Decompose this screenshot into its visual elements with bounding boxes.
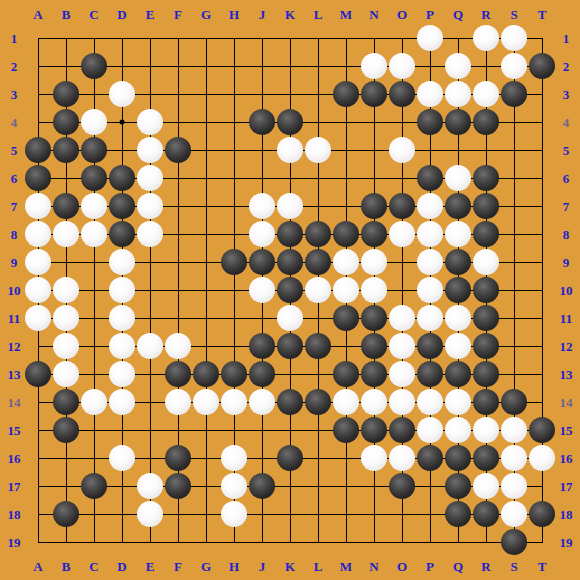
stone-O11-white[interactable] [389, 305, 415, 331]
stone-O12-white[interactable] [389, 333, 415, 359]
row-label-right-10: 10 [560, 284, 573, 297]
col-label-bottom-K: K [285, 560, 295, 573]
stone-Q7-black[interactable] [445, 193, 471, 219]
stone-E4-white[interactable] [137, 109, 163, 135]
stone-O15-black[interactable] [389, 417, 415, 443]
stone-O3-black[interactable] [389, 81, 415, 107]
row-label-left-3: 3 [11, 88, 18, 101]
col-label-top-D: D [117, 8, 126, 21]
stone-K16-black[interactable] [277, 445, 303, 471]
stone-B11-white[interactable] [53, 305, 79, 331]
stone-R15-white[interactable] [473, 417, 499, 443]
row-label-right-11: 11 [560, 312, 572, 325]
row-label-left-2: 2 [11, 60, 18, 73]
stone-R8-black[interactable] [473, 221, 499, 247]
row-label-left-18: 18 [8, 508, 21, 521]
stone-K4-black[interactable] [277, 109, 303, 135]
stone-H17-white[interactable] [221, 473, 247, 499]
row-label-right-1: 1 [563, 32, 570, 45]
stone-R10-black[interactable] [473, 277, 499, 303]
col-label-bottom-M: M [340, 560, 352, 573]
stone-P11-white[interactable] [417, 305, 443, 331]
col-label-top-P: P [426, 8, 434, 21]
stone-F14-white[interactable] [165, 389, 191, 415]
stone-P3-white[interactable] [417, 81, 443, 107]
row-label-left-4: 4 [11, 116, 18, 129]
row-label-right-8: 8 [563, 228, 570, 241]
row-label-left-10: 10 [8, 284, 21, 297]
stone-B18-black[interactable] [53, 501, 79, 527]
stone-E5-white[interactable] [137, 137, 163, 163]
stone-T2-black[interactable] [529, 53, 555, 79]
col-label-top-S: S [510, 8, 517, 21]
stone-L10-white[interactable] [305, 277, 331, 303]
stone-Q18-black[interactable] [445, 501, 471, 527]
stone-P8-white[interactable] [417, 221, 443, 247]
stone-O14-white[interactable] [389, 389, 415, 415]
stone-N16-white[interactable] [361, 445, 387, 471]
stone-D11-white[interactable] [109, 305, 135, 331]
row-label-right-15: 15 [560, 424, 573, 437]
stone-N10-white[interactable] [361, 277, 387, 303]
col-label-bottom-G: G [201, 560, 211, 573]
row-label-left-5: 5 [11, 144, 18, 157]
stone-N3-black[interactable] [361, 81, 387, 107]
stone-Q10-black[interactable] [445, 277, 471, 303]
stone-N14-white[interactable] [361, 389, 387, 415]
col-label-top-Q: Q [453, 8, 463, 21]
stone-M13-black[interactable] [333, 361, 359, 387]
stone-J7-white[interactable] [249, 193, 275, 219]
row-label-right-3: 3 [563, 88, 570, 101]
row-label-right-14: 14 [560, 396, 573, 409]
stone-N2-white[interactable] [361, 53, 387, 79]
stone-H18-white[interactable] [221, 501, 247, 527]
stone-N13-black[interactable] [361, 361, 387, 387]
stone-M3-black[interactable] [333, 81, 359, 107]
col-label-top-F: F [174, 8, 182, 21]
stone-O13-white[interactable] [389, 361, 415, 387]
stone-S18-white[interactable] [501, 501, 527, 527]
stone-M14-white[interactable] [333, 389, 359, 415]
col-label-top-C: C [89, 8, 98, 21]
stone-Q17-black[interactable] [445, 473, 471, 499]
stone-N7-black[interactable] [361, 193, 387, 219]
stone-E18-white[interactable] [137, 501, 163, 527]
row-label-left-11: 11 [8, 312, 20, 325]
stone-R18-black[interactable] [473, 501, 499, 527]
stone-E6-white[interactable] [137, 165, 163, 191]
col-label-bottom-B: B [62, 560, 71, 573]
stone-G14-white[interactable] [193, 389, 219, 415]
row-label-left-6: 6 [11, 172, 18, 185]
stone-J4-black[interactable] [249, 109, 275, 135]
stone-L8-black[interactable] [305, 221, 331, 247]
stone-S17-white[interactable] [501, 473, 527, 499]
stone-J17-black[interactable] [249, 473, 275, 499]
col-label-bottom-T: T [538, 560, 547, 573]
col-label-bottom-E: E [146, 560, 155, 573]
row-label-right-6: 6 [563, 172, 570, 185]
stone-Q9-black[interactable] [445, 249, 471, 275]
stone-D10-white[interactable] [109, 277, 135, 303]
stone-P14-white[interactable] [417, 389, 443, 415]
stone-D12-white[interactable] [109, 333, 135, 359]
row-label-right-4: 4 [563, 116, 570, 129]
stone-D14-white[interactable] [109, 389, 135, 415]
row-label-left-1: 1 [11, 32, 18, 45]
stone-Q13-black[interactable] [445, 361, 471, 387]
stone-M15-black[interactable] [333, 417, 359, 443]
stone-P16-black[interactable] [417, 445, 443, 471]
stone-K7-white[interactable] [277, 193, 303, 219]
col-label-top-O: O [397, 8, 407, 21]
col-label-bottom-N: N [369, 560, 378, 573]
stone-C14-white[interactable] [81, 389, 107, 415]
stone-D8-black[interactable] [109, 221, 135, 247]
stone-N8-black[interactable] [361, 221, 387, 247]
stone-C4-white[interactable] [81, 109, 107, 135]
stone-C2-black[interactable] [81, 53, 107, 79]
col-label-bottom-H: H [229, 560, 239, 573]
row-label-left-16: 16 [8, 452, 21, 465]
stone-H13-black[interactable] [221, 361, 247, 387]
stone-A10-white[interactable] [25, 277, 51, 303]
col-label-bottom-F: F [174, 560, 182, 573]
stone-S1-white[interactable] [501, 25, 527, 51]
stone-N9-white[interactable] [361, 249, 387, 275]
stone-M9-white[interactable] [333, 249, 359, 275]
stone-D3-white[interactable] [109, 81, 135, 107]
col-label-top-M: M [340, 8, 352, 21]
stone-T16-white[interactable] [529, 445, 555, 471]
stone-K9-black[interactable] [277, 249, 303, 275]
col-label-top-N: N [369, 8, 378, 21]
stone-M11-black[interactable] [333, 305, 359, 331]
stone-F12-white[interactable] [165, 333, 191, 359]
stone-O17-black[interactable] [389, 473, 415, 499]
col-label-top-R: R [481, 8, 490, 21]
stone-F16-black[interactable] [165, 445, 191, 471]
row-label-left-17: 17 [8, 480, 21, 493]
col-label-top-J: J [259, 8, 266, 21]
stone-H14-white[interactable] [221, 389, 247, 415]
stone-J13-black[interactable] [249, 361, 275, 387]
row-label-left-13: 13 [8, 368, 21, 381]
stone-P10-white[interactable] [417, 277, 443, 303]
col-label-bottom-S: S [510, 560, 517, 573]
stone-P9-white[interactable] [417, 249, 443, 275]
stone-M8-black[interactable] [333, 221, 359, 247]
col-label-bottom-C: C [89, 560, 98, 573]
row-label-right-19: 19 [560, 536, 573, 549]
col-label-top-K: K [285, 8, 295, 21]
stone-B4-black[interactable] [53, 109, 79, 135]
row-label-right-12: 12 [560, 340, 573, 353]
col-label-top-T: T [538, 8, 547, 21]
stone-F5-black[interactable] [165, 137, 191, 163]
col-label-top-H: H [229, 8, 239, 21]
col-label-bottom-R: R [481, 560, 490, 573]
stone-R6-black[interactable] [473, 165, 499, 191]
stone-P12-black[interactable] [417, 333, 443, 359]
stone-K5-white[interactable] [277, 137, 303, 163]
row-label-right-18: 18 [560, 508, 573, 521]
stone-S19-black[interactable] [501, 529, 527, 555]
stone-N11-black[interactable] [361, 305, 387, 331]
col-label-top-L: L [314, 8, 323, 21]
row-label-right-16: 16 [560, 452, 573, 465]
stone-E12-white[interactable] [137, 333, 163, 359]
row-label-left-15: 15 [8, 424, 21, 437]
stone-E17-white[interactable] [137, 473, 163, 499]
stone-O8-white[interactable] [389, 221, 415, 247]
col-label-bottom-O: O [397, 560, 407, 573]
stone-P6-black[interactable] [417, 165, 443, 191]
row-label-right-5: 5 [563, 144, 570, 157]
stone-R16-black[interactable] [473, 445, 499, 471]
stone-E7-white[interactable] [137, 193, 163, 219]
col-label-top-A: A [33, 8, 42, 21]
stone-Q2-white[interactable] [445, 53, 471, 79]
stone-O16-white[interactable] [389, 445, 415, 471]
col-label-bottom-J: J [259, 560, 266, 573]
stone-A9-white[interactable] [25, 249, 51, 275]
star-point-D4 [120, 120, 125, 125]
col-label-bottom-L: L [314, 560, 323, 573]
stone-D9-white[interactable] [109, 249, 135, 275]
stone-S15-white[interactable] [501, 417, 527, 443]
stone-B3-black[interactable] [53, 81, 79, 107]
row-label-right-2: 2 [563, 60, 570, 73]
stone-P7-white[interactable] [417, 193, 443, 219]
row-label-left-8: 8 [11, 228, 18, 241]
stone-A7-white[interactable] [25, 193, 51, 219]
stone-L12-black[interactable] [305, 333, 331, 359]
row-label-left-19: 19 [8, 536, 21, 549]
col-label-bottom-D: D [117, 560, 126, 573]
stone-B15-black[interactable] [53, 417, 79, 443]
stone-L14-black[interactable] [305, 389, 331, 415]
stone-R12-black[interactable] [473, 333, 499, 359]
stone-K14-black[interactable] [277, 389, 303, 415]
stone-B12-white[interactable] [53, 333, 79, 359]
stone-Q11-white[interactable] [445, 305, 471, 331]
stone-S16-white[interactable] [501, 445, 527, 471]
stone-M10-white[interactable] [333, 277, 359, 303]
stone-B7-black[interactable] [53, 193, 79, 219]
stone-A5-black[interactable] [25, 137, 51, 163]
stone-Q4-black[interactable] [445, 109, 471, 135]
stone-T15-black[interactable] [529, 417, 555, 443]
col-label-top-G: G [201, 8, 211, 21]
stone-P15-white[interactable] [417, 417, 443, 443]
stone-C6-black[interactable] [81, 165, 107, 191]
row-label-left-9: 9 [11, 256, 18, 269]
stone-O5-white[interactable] [389, 137, 415, 163]
stone-Q3-white[interactable] [445, 81, 471, 107]
stone-J9-black[interactable] [249, 249, 275, 275]
stone-R14-black[interactable] [473, 389, 499, 415]
stone-J10-white[interactable] [249, 277, 275, 303]
stone-Q16-black[interactable] [445, 445, 471, 471]
col-label-top-E: E [146, 8, 155, 21]
stone-Q15-white[interactable] [445, 417, 471, 443]
col-label-bottom-Q: Q [453, 560, 463, 573]
row-label-right-9: 9 [563, 256, 570, 269]
row-label-right-13: 13 [560, 368, 573, 381]
stone-S3-black[interactable] [501, 81, 527, 107]
stone-B13-white[interactable] [53, 361, 79, 387]
stone-C17-black[interactable] [81, 473, 107, 499]
stone-F13-black[interactable] [165, 361, 191, 387]
stone-D7-black[interactable] [109, 193, 135, 219]
row-label-right-7: 7 [563, 200, 570, 213]
stone-D6-black[interactable] [109, 165, 135, 191]
stone-D16-white[interactable] [109, 445, 135, 471]
stone-K11-white[interactable] [277, 305, 303, 331]
stone-R13-black[interactable] [473, 361, 499, 387]
stone-P1-white[interactable] [417, 25, 443, 51]
stone-O2-white[interactable] [389, 53, 415, 79]
stone-G13-black[interactable] [193, 361, 219, 387]
stone-S14-black[interactable] [501, 389, 527, 415]
stone-Q14-white[interactable] [445, 389, 471, 415]
stone-D13-white[interactable] [109, 361, 135, 387]
stone-E8-white[interactable] [137, 221, 163, 247]
col-label-bottom-P: P [426, 560, 434, 573]
stone-Q12-white[interactable] [445, 333, 471, 359]
stone-N15-black[interactable] [361, 417, 387, 443]
stone-R17-white[interactable] [473, 473, 499, 499]
stone-R9-white[interactable] [473, 249, 499, 275]
stone-B10-white[interactable] [53, 277, 79, 303]
stone-P4-black[interactable] [417, 109, 443, 135]
row-label-left-7: 7 [11, 200, 18, 213]
stone-H9-black[interactable] [221, 249, 247, 275]
stone-C7-white[interactable] [81, 193, 107, 219]
stone-K8-black[interactable] [277, 221, 303, 247]
stone-H16-white[interactable] [221, 445, 247, 471]
col-label-bottom-A: A [33, 560, 42, 573]
stone-S2-white[interactable] [501, 53, 527, 79]
stone-P13-black[interactable] [417, 361, 443, 387]
stone-B5-black[interactable] [53, 137, 79, 163]
stone-R7-black[interactable] [473, 193, 499, 219]
stone-J8-white[interactable] [249, 221, 275, 247]
stone-J12-black[interactable] [249, 333, 275, 359]
stone-C5-black[interactable] [81, 137, 107, 163]
col-label-top-B: B [62, 8, 71, 21]
stone-K12-black[interactable] [277, 333, 303, 359]
stone-Q8-white[interactable] [445, 221, 471, 247]
stone-K10-black[interactable] [277, 277, 303, 303]
stone-R3-white[interactable] [473, 81, 499, 107]
stone-A8-white[interactable] [25, 221, 51, 247]
row-label-right-17: 17 [560, 480, 573, 493]
stone-B14-black[interactable] [53, 389, 79, 415]
stone-J14-white[interactable] [249, 389, 275, 415]
row-label-left-12: 12 [8, 340, 21, 353]
stone-A6-black[interactable] [25, 165, 51, 191]
stone-R4-black[interactable] [473, 109, 499, 135]
stone-R1-white[interactable] [473, 25, 499, 51]
stone-A13-black[interactable] [25, 361, 51, 387]
stone-B8-white[interactable] [53, 221, 79, 247]
stone-L9-black[interactable] [305, 249, 331, 275]
stone-Q6-white[interactable] [445, 165, 471, 191]
stone-R11-black[interactable] [473, 305, 499, 331]
stone-N12-black[interactable] [361, 333, 387, 359]
stone-T18-black[interactable] [529, 501, 555, 527]
row-label-left-14: 14 [8, 396, 21, 409]
stone-L5-white[interactable] [305, 137, 331, 163]
stone-A11-white[interactable] [25, 305, 51, 331]
stone-C8-white[interactable] [81, 221, 107, 247]
goban[interactable]: AABBCCDDEEFFGGHHJJKKLLMMNNOOPPQQRRSSTT11… [0, 0, 580, 580]
stone-F17-black[interactable] [165, 473, 191, 499]
stone-O7-black[interactable] [389, 193, 415, 219]
